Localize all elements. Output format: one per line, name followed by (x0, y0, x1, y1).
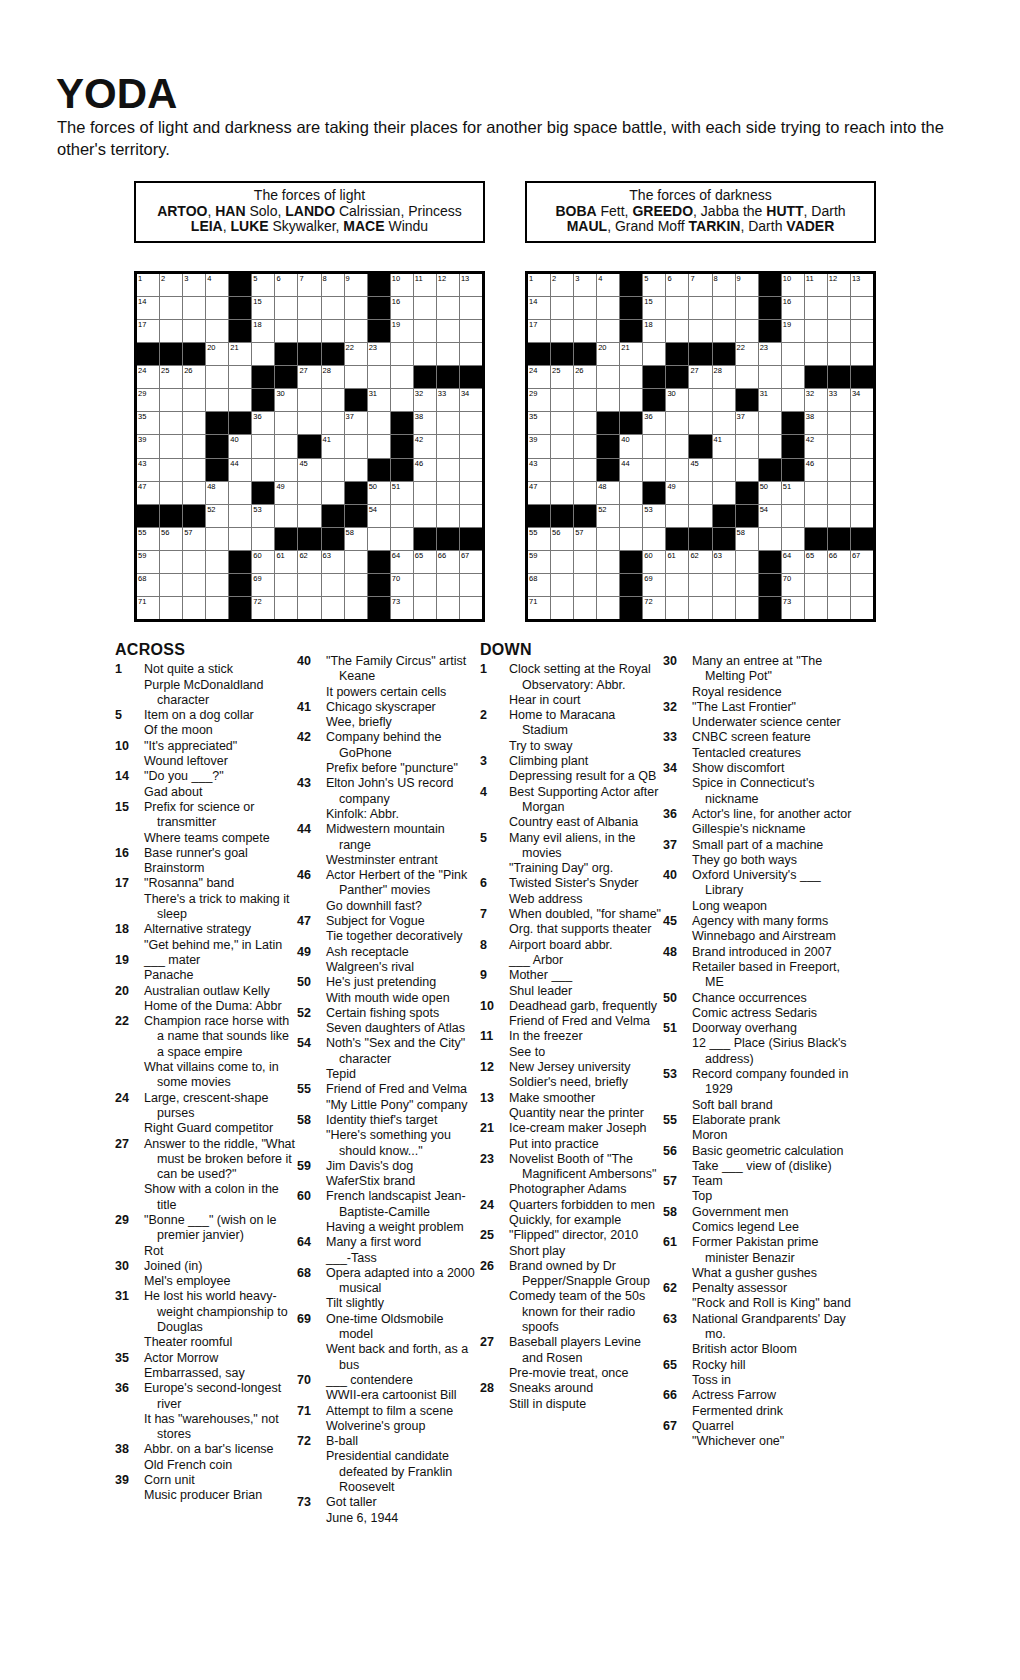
grid-cell[interactable] (275, 320, 297, 342)
grid-cell[interactable] (574, 597, 596, 619)
grid-cell[interactable]: 58 (736, 528, 758, 550)
grid-cell[interactable]: 2 (551, 274, 573, 296)
grid-cell[interactable] (298, 574, 320, 596)
grid-cell[interactable]: 3 (183, 274, 205, 296)
grid-cell[interactable] (437, 459, 459, 481)
grid-cell[interactable] (229, 528, 251, 550)
grid-cell[interactable] (851, 320, 873, 342)
grid-cell[interactable] (437, 412, 459, 434)
grid-cell[interactable]: 54 (368, 505, 390, 527)
grid-cell[interactable] (689, 297, 711, 319)
grid-cell[interactable] (666, 297, 688, 319)
grid-cell[interactable] (437, 297, 459, 319)
grid-cell[interactable] (551, 389, 573, 411)
grid-cell[interactable] (574, 412, 596, 434)
grid-cell[interactable]: 72 (252, 597, 274, 619)
grid-cell[interactable]: 27 (689, 366, 711, 388)
grid-cell[interactable] (252, 528, 274, 550)
grid-cell[interactable] (345, 435, 367, 457)
grid-cell[interactable] (620, 505, 642, 527)
grid-cell[interactable]: 66 (828, 551, 850, 573)
grid-cell[interactable] (828, 482, 850, 504)
grid-cell[interactable] (551, 412, 573, 434)
grid-cell[interactable]: 16 (391, 297, 413, 319)
grid-cell[interactable] (275, 459, 297, 481)
grid-cell[interactable] (597, 551, 619, 573)
grid-cell[interactable] (782, 366, 804, 388)
grid-cell[interactable] (275, 412, 297, 434)
grid-cell[interactable]: 34 (851, 389, 873, 411)
grid-cell[interactable] (460, 343, 482, 365)
grid-cell[interactable] (391, 389, 413, 411)
grid-cell[interactable] (345, 366, 367, 388)
grid-cell[interactable] (713, 574, 735, 596)
grid-cell[interactable]: 67 (460, 551, 482, 573)
grid-cell[interactable]: 62 (689, 551, 711, 573)
grid-cell[interactable]: 61 (275, 551, 297, 573)
grid-cell[interactable]: 40 (620, 435, 642, 457)
grid-cell[interactable]: 6 (275, 274, 297, 296)
grid-cell[interactable]: 46 (805, 459, 827, 481)
grid-cell[interactable]: 24 (528, 366, 550, 388)
grid-cell[interactable] (183, 597, 205, 619)
grid-cell[interactable] (345, 551, 367, 573)
grid-cell[interactable]: 55 (137, 528, 159, 550)
grid-cell[interactable]: 59 (528, 551, 550, 573)
grid-cell[interactable]: 71 (137, 597, 159, 619)
grid-cell[interactable] (322, 574, 344, 596)
grid-cell[interactable] (551, 459, 573, 481)
grid-cell[interactable]: 10 (391, 274, 413, 296)
grid-cell[interactable]: 30 (666, 389, 688, 411)
grid-cell[interactable] (391, 343, 413, 365)
grid-cell[interactable] (689, 574, 711, 596)
grid-cell[interactable]: 50 (759, 482, 781, 504)
grid-cell[interactable] (206, 551, 228, 573)
grid-cell[interactable] (183, 482, 205, 504)
grid-cell[interactable] (322, 412, 344, 434)
grid-cell[interactable] (851, 459, 873, 481)
grid-cell[interactable] (574, 551, 596, 573)
grid-cell[interactable]: 15 (643, 297, 665, 319)
grid-cell[interactable] (460, 412, 482, 434)
grid-cell[interactable]: 9 (345, 274, 367, 296)
grid-cell[interactable] (298, 389, 320, 411)
grid-cell[interactable] (620, 482, 642, 504)
grid-cell[interactable]: 58 (345, 528, 367, 550)
grid-cell[interactable] (275, 435, 297, 457)
grid-cell[interactable] (736, 297, 758, 319)
grid-cell[interactable] (597, 389, 619, 411)
grid-cell[interactable] (851, 343, 873, 365)
grid-cell[interactable] (206, 366, 228, 388)
grid-cell[interactable]: 19 (782, 320, 804, 342)
grid-cell[interactable]: 7 (298, 274, 320, 296)
grid-cell[interactable] (160, 574, 182, 596)
grid-cell[interactable] (437, 320, 459, 342)
grid-cell[interactable] (597, 366, 619, 388)
grid-cell[interactable] (460, 482, 482, 504)
grid-cell[interactable]: 2 (160, 274, 182, 296)
grid-cell[interactable] (689, 597, 711, 619)
grid-cell[interactable] (805, 597, 827, 619)
grid-cell[interactable] (460, 574, 482, 596)
grid-cell[interactable]: 49 (666, 482, 688, 504)
grid-cell[interactable]: 66 (437, 551, 459, 573)
grid-cell[interactable]: 33 (437, 389, 459, 411)
grid-cell[interactable] (713, 412, 735, 434)
grid-cell[interactable]: 32 (805, 389, 827, 411)
grid-cell[interactable] (275, 505, 297, 527)
grid-cell[interactable] (183, 297, 205, 319)
grid-cell[interactable] (229, 482, 251, 504)
grid-cell[interactable]: 8 (322, 274, 344, 296)
grid-cell[interactable] (183, 389, 205, 411)
grid-cell[interactable]: 68 (528, 574, 550, 596)
grid-cell[interactable]: 44 (229, 459, 251, 481)
grid-cell[interactable] (713, 320, 735, 342)
grid-cell[interactable]: 51 (782, 482, 804, 504)
grid-cell[interactable]: 56 (160, 528, 182, 550)
grid-cell[interactable] (414, 297, 436, 319)
grid-cell[interactable] (391, 505, 413, 527)
grid-cell[interactable] (574, 389, 596, 411)
grid-cell[interactable] (597, 528, 619, 550)
grid-cell[interactable] (160, 297, 182, 319)
grid-cell[interactable]: 13 (460, 274, 482, 296)
grid-cell[interactable]: 13 (851, 274, 873, 296)
grid-cell[interactable] (759, 412, 781, 434)
grid-cell[interactable]: 46 (414, 459, 436, 481)
grid-cell[interactable]: 21 (620, 343, 642, 365)
grid-cell[interactable] (391, 366, 413, 388)
grid-cell[interactable] (736, 435, 758, 457)
grid-cell[interactable] (551, 597, 573, 619)
grid-cell[interactable]: 45 (689, 459, 711, 481)
grid-cell[interactable]: 11 (805, 274, 827, 296)
grid-cell[interactable] (275, 574, 297, 596)
grid-cell[interactable] (460, 320, 482, 342)
grid-cell[interactable] (160, 597, 182, 619)
grid-cell[interactable] (643, 459, 665, 481)
grid-cell[interactable]: 4 (597, 274, 619, 296)
grid-cell[interactable] (597, 297, 619, 319)
grid-cell[interactable] (828, 574, 850, 596)
grid-cell[interactable] (414, 343, 436, 365)
grid-cell[interactable] (368, 366, 390, 388)
grid-cell[interactable] (736, 366, 758, 388)
grid-cell[interactable] (275, 297, 297, 319)
grid-cell[interactable]: 8 (713, 274, 735, 296)
grid-cell[interactable]: 15 (252, 297, 274, 319)
grid-cell[interactable]: 52 (206, 505, 228, 527)
grid-cell[interactable]: 14 (137, 297, 159, 319)
grid-cell[interactable] (460, 435, 482, 457)
grid-cell[interactable]: 36 (252, 412, 274, 434)
grid-cell[interactable] (322, 297, 344, 319)
grid-cell[interactable]: 5 (252, 274, 274, 296)
grid-cell[interactable] (345, 297, 367, 319)
grid-cell[interactable] (851, 505, 873, 527)
grid-cell[interactable]: 53 (643, 505, 665, 527)
grid-cell[interactable]: 42 (805, 435, 827, 457)
grid-cell[interactable]: 61 (666, 551, 688, 573)
grid-cell[interactable] (643, 435, 665, 457)
grid-cell[interactable] (805, 482, 827, 504)
grid-cell[interactable] (437, 505, 459, 527)
grid-cell[interactable]: 41 (322, 435, 344, 457)
grid-cell[interactable]: 52 (597, 505, 619, 527)
grid-cell[interactable] (322, 320, 344, 342)
grid-cell[interactable]: 18 (252, 320, 274, 342)
grid-cell[interactable] (229, 366, 251, 388)
grid-cell[interactable] (160, 320, 182, 342)
grid-cell[interactable]: 28 (713, 366, 735, 388)
grid-cell[interactable]: 35 (137, 412, 159, 434)
grid-cell[interactable] (713, 482, 735, 504)
grid-cell[interactable]: 63 (322, 551, 344, 573)
grid-cell[interactable]: 17 (528, 320, 550, 342)
grid-cell[interactable] (805, 343, 827, 365)
grid-cell[interactable] (298, 597, 320, 619)
grid-cell[interactable]: 26 (183, 366, 205, 388)
grid-cell[interactable]: 24 (137, 366, 159, 388)
grid-cell[interactable] (414, 574, 436, 596)
grid-cell[interactable]: 9 (736, 274, 758, 296)
grid-cell[interactable] (736, 597, 758, 619)
grid-cell[interactable] (597, 574, 619, 596)
grid-cell[interactable] (851, 435, 873, 457)
grid-cell[interactable]: 69 (252, 574, 274, 596)
grid-cell[interactable] (828, 320, 850, 342)
grid-cell[interactable] (851, 297, 873, 319)
grid-cell[interactable]: 33 (828, 389, 850, 411)
grid-cell[interactable]: 64 (782, 551, 804, 573)
grid-cell[interactable]: 64 (391, 551, 413, 573)
grid-cell[interactable]: 53 (252, 505, 274, 527)
grid-cell[interactable] (782, 528, 804, 550)
grid-cell[interactable] (620, 528, 642, 550)
grid-cell[interactable] (805, 297, 827, 319)
grid-cell[interactable]: 55 (528, 528, 550, 550)
grid-cell[interactable] (551, 435, 573, 457)
grid-cell[interactable]: 62 (298, 551, 320, 573)
grid-cell[interactable]: 38 (805, 412, 827, 434)
grid-cell[interactable] (666, 412, 688, 434)
grid-cell[interactable] (460, 459, 482, 481)
grid-cell[interactable]: 37 (736, 412, 758, 434)
grid-cell[interactable] (551, 574, 573, 596)
grid-cell[interactable]: 26 (574, 366, 596, 388)
grid-cell[interactable] (183, 412, 205, 434)
grid-cell[interactable] (460, 505, 482, 527)
grid-cell[interactable] (298, 320, 320, 342)
grid-cell[interactable] (851, 597, 873, 619)
grid-cell[interactable] (206, 320, 228, 342)
grid-cell[interactable]: 30 (275, 389, 297, 411)
grid-cell[interactable]: 59 (137, 551, 159, 573)
grid-cell[interactable] (275, 597, 297, 619)
grid-cell[interactable] (437, 574, 459, 596)
grid-cell[interactable] (206, 389, 228, 411)
grid-cell[interactable] (736, 459, 758, 481)
grid-cell[interactable] (689, 389, 711, 411)
grid-cell[interactable] (160, 482, 182, 504)
grid-cell[interactable] (298, 505, 320, 527)
grid-cell[interactable] (713, 297, 735, 319)
grid-cell[interactable]: 20 (206, 343, 228, 365)
grid-cell[interactable] (229, 389, 251, 411)
grid-cell[interactable]: 60 (643, 551, 665, 573)
grid-cell[interactable]: 37 (345, 412, 367, 434)
grid-cell[interactable]: 5 (643, 274, 665, 296)
grid-cell[interactable]: 19 (391, 320, 413, 342)
grid-cell[interactable]: 31 (759, 389, 781, 411)
grid-cell[interactable]: 38 (414, 412, 436, 434)
grid-cell[interactable] (160, 389, 182, 411)
grid-cell[interactable]: 65 (414, 551, 436, 573)
grid-cell[interactable] (574, 435, 596, 457)
grid-cell[interactable] (782, 505, 804, 527)
grid-cell[interactable]: 48 (597, 482, 619, 504)
grid-cell[interactable]: 23 (759, 343, 781, 365)
grid-cell[interactable]: 18 (643, 320, 665, 342)
grid-cell[interactable] (368, 412, 390, 434)
grid-cell[interactable]: 57 (574, 528, 596, 550)
grid-cell[interactable] (551, 320, 573, 342)
grid-cell[interactable]: 35 (528, 412, 550, 434)
grid-cell[interactable] (713, 459, 735, 481)
grid-cell[interactable]: 48 (206, 482, 228, 504)
grid-cell[interactable] (345, 320, 367, 342)
grid-cell[interactable] (828, 435, 850, 457)
grid-cell[interactable] (759, 528, 781, 550)
grid-cell[interactable] (782, 389, 804, 411)
grid-cell[interactable]: 70 (782, 574, 804, 596)
grid-cell[interactable]: 20 (597, 343, 619, 365)
grid-cell[interactable] (713, 389, 735, 411)
grid-cell[interactable] (391, 528, 413, 550)
grid-cell[interactable]: 1 (137, 274, 159, 296)
grid-cell[interactable] (805, 320, 827, 342)
grid-cell[interactable] (620, 366, 642, 388)
grid-cell[interactable] (183, 320, 205, 342)
grid-cell[interactable]: 51 (391, 482, 413, 504)
grid-cell[interactable] (414, 505, 436, 527)
grid-cell[interactable]: 17 (137, 320, 159, 342)
grid-cell[interactable] (252, 435, 274, 457)
grid-cell[interactable] (183, 574, 205, 596)
grid-cell[interactable]: 6 (666, 274, 688, 296)
grid-cell[interactable] (298, 297, 320, 319)
grid-cell[interactable]: 22 (736, 343, 758, 365)
grid-cell[interactable]: 39 (137, 435, 159, 457)
grid-cell[interactable] (551, 551, 573, 573)
grid-cell[interactable]: 11 (414, 274, 436, 296)
grid-cell[interactable]: 41 (713, 435, 735, 457)
grid-cell[interactable] (574, 297, 596, 319)
grid-cell[interactable] (322, 459, 344, 481)
grid-cell[interactable] (183, 435, 205, 457)
grid-cell[interactable] (460, 297, 482, 319)
grid-cell[interactable]: 50 (368, 482, 390, 504)
grid-cell[interactable] (206, 597, 228, 619)
grid-cell[interactable]: 43 (137, 459, 159, 481)
grid-cell[interactable] (229, 505, 251, 527)
grid-cell[interactable]: 68 (137, 574, 159, 596)
grid-cell[interactable] (643, 343, 665, 365)
grid-cell[interactable]: 73 (782, 597, 804, 619)
grid-cell[interactable]: 12 (828, 274, 850, 296)
grid-cell[interactable]: 25 (160, 366, 182, 388)
grid-cell[interactable]: 22 (345, 343, 367, 365)
grid-cell[interactable]: 70 (391, 574, 413, 596)
grid-cell[interactable] (206, 297, 228, 319)
grid-cell[interactable] (828, 505, 850, 527)
grid-cell[interactable]: 27 (298, 366, 320, 388)
grid-cell[interactable] (368, 528, 390, 550)
grid-cell[interactable]: 45 (298, 459, 320, 481)
grid-cell[interactable]: 28 (322, 366, 344, 388)
grid-cell[interactable]: 32 (414, 389, 436, 411)
grid-cell[interactable] (206, 574, 228, 596)
grid-cell[interactable]: 39 (528, 435, 550, 457)
grid-cell[interactable]: 69 (643, 574, 665, 596)
grid-cell[interactable] (828, 297, 850, 319)
grid-cell[interactable] (736, 551, 758, 573)
grid-cell[interactable]: 72 (643, 597, 665, 619)
grid-cell[interactable] (298, 482, 320, 504)
grid-cell[interactable]: 23 (368, 343, 390, 365)
grid-cell[interactable] (851, 574, 873, 596)
grid-cell[interactable]: 63 (713, 551, 735, 573)
grid-cell[interactable]: 49 (275, 482, 297, 504)
grid-cell[interactable] (828, 412, 850, 434)
grid-cell[interactable] (437, 343, 459, 365)
grid-cell[interactable] (689, 482, 711, 504)
grid-cell[interactable]: 3 (574, 274, 596, 296)
grid-cell[interactable]: 29 (137, 389, 159, 411)
grid-cell[interactable] (851, 412, 873, 434)
grid-cell[interactable]: 14 (528, 297, 550, 319)
grid-cell[interactable] (160, 459, 182, 481)
grid-cell[interactable] (666, 459, 688, 481)
grid-cell[interactable] (828, 597, 850, 619)
grid-cell[interactable] (551, 297, 573, 319)
grid-cell[interactable]: 40 (229, 435, 251, 457)
grid-cell[interactable] (437, 597, 459, 619)
grid-cell[interactable]: 12 (437, 274, 459, 296)
grid-cell[interactable]: 42 (414, 435, 436, 457)
grid-cell[interactable] (322, 482, 344, 504)
grid-cell[interactable] (322, 597, 344, 619)
grid-cell[interactable] (160, 435, 182, 457)
grid-cell[interactable] (345, 574, 367, 596)
grid-cell[interactable]: 1 (528, 274, 550, 296)
grid-cell[interactable]: 47 (137, 482, 159, 504)
grid-cell[interactable] (183, 551, 205, 573)
grid-cell[interactable]: 43 (528, 459, 550, 481)
grid-cell[interactable] (597, 320, 619, 342)
grid-cell[interactable] (551, 482, 573, 504)
grid-cell[interactable]: 67 (851, 551, 873, 573)
grid-cell[interactable]: 25 (551, 366, 573, 388)
grid-cell[interactable]: 60 (252, 551, 274, 573)
grid-cell[interactable] (666, 574, 688, 596)
grid-cell[interactable] (782, 343, 804, 365)
grid-cell[interactable] (828, 459, 850, 481)
grid-cell[interactable]: 10 (782, 274, 804, 296)
